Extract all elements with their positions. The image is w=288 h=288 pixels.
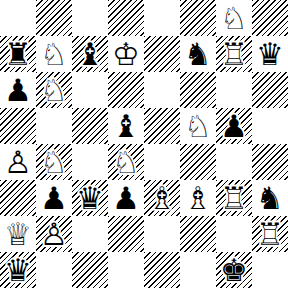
white-knight-icon: ♘ [180, 108, 216, 144]
square-d4[interactable]: ♞♘ [108, 144, 144, 180]
black-bishop-icon: ♝ [108, 108, 144, 144]
white-queen-icon: ♕ [0, 216, 36, 252]
black-pawn-icon: ♟ [0, 72, 36, 108]
square-b6[interactable]: ♞♘ [36, 72, 72, 108]
square-c6[interactable] [72, 72, 108, 108]
white-pawn-a4[interactable]: ♟♙ [0, 144, 36, 180]
square-h4[interactable] [252, 144, 288, 180]
square-a8[interactable] [0, 0, 36, 36]
white-knight-icon: ♘ [216, 0, 252, 36]
square-e4[interactable] [144, 144, 180, 180]
white-rook-icon: ♖ [252, 216, 288, 252]
square-d1[interactable] [108, 252, 144, 288]
square-e6[interactable] [144, 72, 180, 108]
black-queen-h7[interactable]: ♛♛ [252, 36, 288, 72]
square-g8[interactable]: ♞♘ [216, 0, 252, 36]
white-pawn-icon: ♙ [36, 216, 72, 252]
square-c7[interactable]: ♝♝ [72, 36, 108, 72]
square-b7[interactable]: ♞♘ [36, 36, 72, 72]
white-knight-icon: ♘ [108, 144, 144, 180]
square-g6[interactable] [216, 72, 252, 108]
black-rook-a7[interactable]: ♜♜ [0, 36, 36, 72]
square-b5[interactable] [36, 108, 72, 144]
black-queen-icon: ♛ [252, 36, 288, 72]
square-f3[interactable]: ♝♗ [180, 180, 216, 216]
chess-board: ♞♘♜♜♞♘♝♝♚♔♞♞♜♖♛♛♟♟♞♘♝♝♞♘♟♟♟♙♞♘♞♘♟♟♛♛♟♟♝♗… [0, 0, 288, 288]
square-c1[interactable] [72, 252, 108, 288]
square-c2[interactable] [72, 216, 108, 252]
black-bishop-d5[interactable]: ♝♝ [108, 108, 144, 144]
black-pawn-g5[interactable]: ♟♟ [216, 108, 252, 144]
square-f6[interactable] [180, 72, 216, 108]
square-g2[interactable] [216, 216, 252, 252]
black-pawn-icon: ♟ [108, 180, 144, 216]
square-d2[interactable] [108, 216, 144, 252]
square-b1[interactable] [36, 252, 72, 288]
square-h3[interactable]: ♞♞ [252, 180, 288, 216]
white-knight-b7[interactable]: ♞♘ [36, 36, 72, 72]
square-f5[interactable]: ♞♘ [180, 108, 216, 144]
square-h5[interactable] [252, 108, 288, 144]
square-h6[interactable] [252, 72, 288, 108]
square-c3[interactable]: ♛♛ [72, 180, 108, 216]
square-a3[interactable] [0, 180, 36, 216]
square-c4[interactable] [72, 144, 108, 180]
white-rook-icon: ♖ [216, 36, 252, 72]
black-knight-f7[interactable]: ♞♞ [180, 36, 216, 72]
square-f7[interactable]: ♞♞ [180, 36, 216, 72]
white-knight-icon: ♘ [36, 144, 72, 180]
square-g7[interactable]: ♜♖ [216, 36, 252, 72]
black-pawn-a6[interactable]: ♟♟ [0, 72, 36, 108]
square-b8[interactable] [36, 0, 72, 36]
square-e8[interactable] [144, 0, 180, 36]
square-h7[interactable]: ♛♛ [252, 36, 288, 72]
square-e1[interactable] [144, 252, 180, 288]
square-h2[interactable]: ♜♖ [252, 216, 288, 252]
square-b3[interactable]: ♟♟ [36, 180, 72, 216]
square-a4[interactable]: ♟♙ [0, 144, 36, 180]
black-queen-icon: ♛ [72, 180, 108, 216]
white-bishop-icon: ♗ [180, 180, 216, 216]
black-knight-icon: ♞ [252, 180, 288, 216]
square-g5[interactable]: ♟♟ [216, 108, 252, 144]
black-pawn-d3[interactable]: ♟♟ [108, 180, 144, 216]
white-knight-g8[interactable]: ♞♘ [216, 0, 252, 36]
white-knight-icon: ♘ [36, 72, 72, 108]
white-king-d7[interactable]: ♚♔ [108, 36, 144, 72]
square-a7[interactable]: ♜♜ [0, 36, 36, 72]
white-knight-d4[interactable]: ♞♘ [108, 144, 144, 180]
square-d5[interactable]: ♝♝ [108, 108, 144, 144]
square-f4[interactable] [180, 144, 216, 180]
white-bishop-e3[interactable]: ♝♗ [144, 180, 180, 216]
white-rook-g7[interactable]: ♜♖ [216, 36, 252, 72]
white-queen-a2[interactable]: ♛♕ [0, 216, 36, 252]
square-g3[interactable]: ♜♖ [216, 180, 252, 216]
square-h1[interactable] [252, 252, 288, 288]
square-b4[interactable]: ♞♘ [36, 144, 72, 180]
black-queen-c3[interactable]: ♛♛ [72, 180, 108, 216]
square-f2[interactable] [180, 216, 216, 252]
square-g1[interactable]: ♚♚ [216, 252, 252, 288]
square-d3[interactable]: ♟♟ [108, 180, 144, 216]
square-c5[interactable] [72, 108, 108, 144]
square-a1[interactable]: ♛♛ [0, 252, 36, 288]
square-e5[interactable] [144, 108, 180, 144]
square-e3[interactable]: ♝♗ [144, 180, 180, 216]
white-knight-icon: ♘ [36, 36, 72, 72]
white-rook-h2[interactable]: ♜♖ [252, 216, 288, 252]
white-knight-b4[interactable]: ♞♘ [36, 144, 72, 180]
square-d8[interactable] [108, 0, 144, 36]
black-knight-h3[interactable]: ♞♞ [252, 180, 288, 216]
black-rook-icon: ♜ [0, 36, 36, 72]
square-g4[interactable] [216, 144, 252, 180]
black-king-icon: ♚ [216, 252, 252, 288]
black-knight-icon: ♞ [180, 36, 216, 72]
square-c8[interactable] [72, 0, 108, 36]
black-pawn-b3[interactable]: ♟♟ [36, 180, 72, 216]
square-e7[interactable] [144, 36, 180, 72]
black-queen-icon: ♛ [0, 252, 36, 288]
black-pawn-icon: ♟ [36, 180, 72, 216]
white-knight-f5[interactable]: ♞♘ [180, 108, 216, 144]
square-a5[interactable] [0, 108, 36, 144]
square-h8[interactable] [252, 0, 288, 36]
white-pawn-b2[interactable]: ♟♙ [36, 216, 72, 252]
black-bishop-icon: ♝ [72, 36, 108, 72]
black-king-g1[interactable]: ♚♚ [216, 252, 252, 288]
square-a6[interactable]: ♟♟ [0, 72, 36, 108]
white-knight-b6[interactable]: ♞♘ [36, 72, 72, 108]
white-rook-icon: ♖ [216, 180, 252, 216]
black-pawn-icon: ♟ [216, 108, 252, 144]
square-d6[interactable] [108, 72, 144, 108]
black-bishop-c7[interactable]: ♝♝ [72, 36, 108, 72]
black-queen-a1[interactable]: ♛♛ [0, 252, 36, 288]
white-bishop-icon: ♗ [144, 180, 180, 216]
square-b2[interactable]: ♟♙ [36, 216, 72, 252]
square-d7[interactable]: ♚♔ [108, 36, 144, 72]
square-f1[interactable] [180, 252, 216, 288]
square-a2[interactable]: ♛♕ [0, 216, 36, 252]
square-e2[interactable] [144, 216, 180, 252]
white-rook-g3[interactable]: ♜♖ [216, 180, 252, 216]
white-king-icon: ♔ [108, 36, 144, 72]
white-bishop-f3[interactable]: ♝♗ [180, 180, 216, 216]
square-f8[interactable] [180, 0, 216, 36]
white-pawn-icon: ♙ [0, 144, 36, 180]
